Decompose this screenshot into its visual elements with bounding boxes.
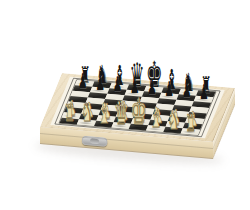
black-pawn: ♟	[181, 80, 190, 100]
black-pawn: ♟	[112, 74, 121, 94]
white-bishop: ♝	[149, 104, 162, 132]
white-rook: ♜	[64, 101, 75, 124]
black-pawn: ♟	[199, 82, 208, 102]
black-pawn: ♟	[164, 79, 173, 99]
white-bishop: ♝	[97, 100, 110, 128]
black-pawn: ♟	[147, 77, 156, 97]
board-margin-sheet: ♜♞♝♛♚♝♞♜♟♟♟♟♟♟♟♟♟♟♟♟♟♟♟♟♜♞♝♛♚♝♞♜	[50, 77, 224, 139]
chess-board: ♜♞♝♛♚♝♞♜♟♟♟♟♟♟♟♟♟♟♟♟♟♟♟♟♜♞♝♛♚♝♞♜	[58, 80, 216, 136]
board-border-frame: ♜♞♝♛♚♝♞♜♟♟♟♟♟♟♟♟♟♟♟♟♟♟♟♟♜♞♝♛♚♝♞♜	[54, 78, 220, 137]
white-knight: ♞	[81, 101, 93, 126]
white-knight: ♞	[167, 108, 179, 133]
black-pawn: ♟	[95, 73, 104, 93]
metal-clasp-icon	[82, 136, 107, 147]
black-pawn: ♟	[78, 71, 87, 91]
white-queen: ♛	[114, 96, 129, 128]
white-king: ♚	[130, 94, 147, 130]
white-rook: ♜	[185, 112, 196, 135]
product-photo: ♜♞♝♛♚♝♞♜♟♟♟♟♟♟♟♟♟♟♟♟♟♟♟♟♜♞♝♛♚♝♞♜	[0, 0, 250, 210]
square-h1: ♜	[181, 128, 200, 135]
